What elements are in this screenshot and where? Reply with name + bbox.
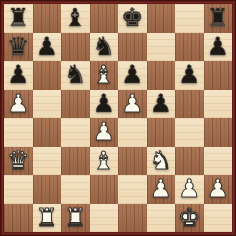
square-b8[interactable]: [33, 4, 62, 33]
piece-black-pawn[interactable]: ♟: [36, 34, 58, 60]
square-c7[interactable]: [61, 33, 90, 62]
square-c5[interactable]: [61, 90, 90, 119]
square-f5[interactable]: ♟: [147, 90, 176, 119]
square-c6[interactable]: ♞: [61, 61, 90, 90]
square-e7[interactable]: [118, 33, 147, 62]
square-g6[interactable]: ♟: [175, 61, 204, 90]
square-a8[interactable]: ♜: [4, 4, 33, 33]
square-b2[interactable]: [33, 175, 62, 204]
square-a1[interactable]: [4, 204, 33, 233]
piece-white-bishop[interactable]: ♝: [93, 148, 115, 174]
piece-black-queen[interactable]: ♛: [7, 34, 29, 60]
piece-black-pawn[interactable]: ♟: [93, 91, 115, 117]
square-g3[interactable]: [175, 147, 204, 176]
square-a7[interactable]: ♛: [4, 33, 33, 62]
square-f1[interactable]: [147, 204, 176, 233]
square-b1[interactable]: ♜: [33, 204, 62, 233]
piece-white-pawn[interactable]: ♟: [207, 176, 229, 202]
square-a3[interactable]: ♛: [4, 147, 33, 176]
piece-black-king[interactable]: ♚: [121, 5, 143, 31]
piece-white-pawn[interactable]: ♟: [178, 176, 200, 202]
square-c3[interactable]: [61, 147, 90, 176]
piece-black-knight[interactable]: ♞: [64, 62, 86, 88]
square-g1[interactable]: ♚: [175, 204, 204, 233]
square-e1[interactable]: [118, 204, 147, 233]
square-b5[interactable]: [33, 90, 62, 119]
piece-white-pawn[interactable]: ♟: [93, 119, 115, 145]
square-d5[interactable]: ♟: [90, 90, 119, 119]
piece-white-queen[interactable]: ♛: [7, 148, 29, 174]
piece-white-rook[interactable]: ♜: [64, 205, 86, 231]
square-e2[interactable]: [118, 175, 147, 204]
piece-white-bishop[interactable]: ♝: [93, 62, 115, 88]
square-b7[interactable]: ♟: [33, 33, 62, 62]
square-d4[interactable]: ♟: [90, 118, 119, 147]
piece-white-rook[interactable]: ♜: [36, 205, 58, 231]
square-d8[interactable]: [90, 4, 119, 33]
square-c4[interactable]: [61, 118, 90, 147]
square-h6[interactable]: [204, 61, 233, 90]
square-h1[interactable]: [204, 204, 233, 233]
piece-white-king[interactable]: ♚: [178, 205, 200, 231]
square-f3[interactable]: ♞: [147, 147, 176, 176]
square-f6[interactable]: [147, 61, 176, 90]
piece-black-pawn[interactable]: ♟: [150, 91, 172, 117]
square-b3[interactable]: [33, 147, 62, 176]
square-a6[interactable]: ♟: [4, 61, 33, 90]
piece-black-pawn[interactable]: ♟: [7, 62, 29, 88]
piece-white-knight[interactable]: ♞: [150, 148, 172, 174]
square-g2[interactable]: ♟: [175, 175, 204, 204]
square-g4[interactable]: [175, 118, 204, 147]
square-h4[interactable]: [204, 118, 233, 147]
piece-white-pawn[interactable]: ♟: [7, 91, 29, 117]
chess-board: ♜♝♚♜♛♟♞♟♟♞♝♟♟♟♟♟♟♟♛♝♞♟♟♟♜♜♚: [4, 4, 232, 232]
square-f2[interactable]: ♟: [147, 175, 176, 204]
square-c8[interactable]: ♝: [61, 4, 90, 33]
piece-black-rook[interactable]: ♜: [207, 5, 229, 31]
square-e5[interactable]: ♟: [118, 90, 147, 119]
square-d3[interactable]: ♝: [90, 147, 119, 176]
square-h8[interactable]: ♜: [204, 4, 233, 33]
square-a2[interactable]: [4, 175, 33, 204]
square-a4[interactable]: [4, 118, 33, 147]
square-e3[interactable]: [118, 147, 147, 176]
square-d1[interactable]: [90, 204, 119, 233]
square-b6[interactable]: [33, 61, 62, 90]
square-d6[interactable]: ♝: [90, 61, 119, 90]
piece-black-rook[interactable]: ♜: [7, 5, 29, 31]
square-f8[interactable]: [147, 4, 176, 33]
square-d2[interactable]: [90, 175, 119, 204]
square-f4[interactable]: [147, 118, 176, 147]
square-g8[interactable]: [175, 4, 204, 33]
square-f7[interactable]: [147, 33, 176, 62]
square-a5[interactable]: ♟: [4, 90, 33, 119]
square-h3[interactable]: [204, 147, 233, 176]
square-h2[interactable]: ♟: [204, 175, 233, 204]
square-e8[interactable]: ♚: [118, 4, 147, 33]
square-c1[interactable]: ♜: [61, 204, 90, 233]
square-c2[interactable]: [61, 175, 90, 204]
square-e6[interactable]: ♟: [118, 61, 147, 90]
square-g5[interactable]: [175, 90, 204, 119]
piece-white-pawn[interactable]: ♟: [150, 176, 172, 202]
piece-black-pawn[interactable]: ♟: [121, 62, 143, 88]
piece-white-pawn[interactable]: ♟: [121, 91, 143, 117]
square-h7[interactable]: ♟: [204, 33, 233, 62]
piece-black-knight[interactable]: ♞: [93, 34, 115, 60]
piece-black-pawn[interactable]: ♟: [178, 62, 200, 88]
piece-black-pawn[interactable]: ♟: [207, 34, 229, 60]
piece-black-bishop[interactable]: ♝: [64, 5, 86, 31]
square-e4[interactable]: [118, 118, 147, 147]
square-h5[interactable]: [204, 90, 233, 119]
board-frame: ♜♝♚♜♛♟♞♟♟♞♝♟♟♟♟♟♟♟♛♝♞♟♟♟♜♜♚: [0, 0, 236, 236]
square-b4[interactable]: [33, 118, 62, 147]
square-g7[interactable]: [175, 33, 204, 62]
square-d7[interactable]: ♞: [90, 33, 119, 62]
